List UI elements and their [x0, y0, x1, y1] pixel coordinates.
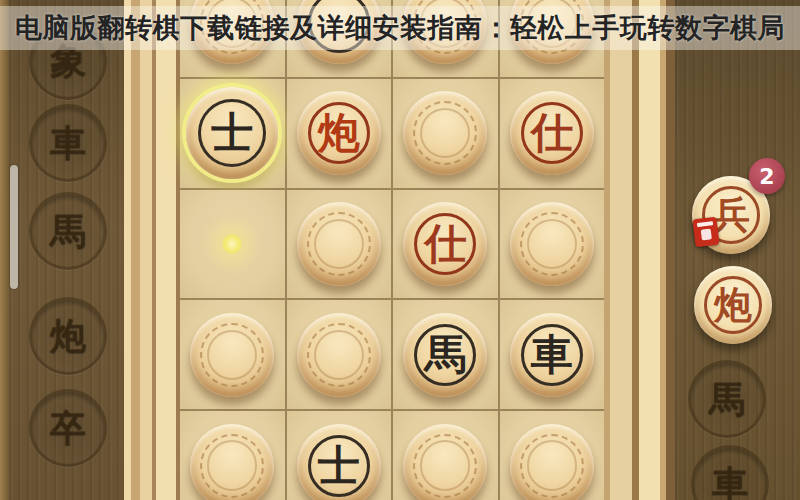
face-down-piece[interactable]: [297, 313, 381, 397]
banqi-board: 士炮仕仕馬車士: [180, 0, 604, 500]
black-piece[interactable]: 士: [297, 424, 381, 500]
face-down-piece[interactable]: [403, 424, 487, 500]
empty-capture-slot-5: 卒: [29, 389, 107, 467]
captured-piece-character: 炮: [714, 286, 752, 324]
captured-tray-red: 兵2炮馬車: [675, 0, 800, 500]
red-piece[interactable]: 仕: [403, 202, 487, 286]
face-down-piece[interactable]: [510, 424, 594, 500]
face-down-piece[interactable]: [403, 91, 487, 175]
selected-black-piece[interactable]: 士: [186, 87, 278, 179]
black-piece[interactable]: 車: [510, 313, 594, 397]
board-cell-r4c2[interactable]: [287, 300, 392, 409]
piece-character: 炮: [318, 112, 360, 154]
black-piece[interactable]: 馬: [403, 313, 487, 397]
board-cell-r4c3[interactable]: 馬: [393, 300, 498, 409]
board-cell-r3c1[interactable]: [180, 190, 285, 299]
face-down-piece[interactable]: [510, 202, 594, 286]
board-cell-r2c4[interactable]: 仕: [500, 79, 605, 188]
board-cell-r5c4[interactable]: [500, 411, 605, 500]
empty-capture-slot-red-1: 馬: [688, 360, 766, 438]
page-title: 电脑版翻转棋下载链接及详细安装指南：轻松上手玩转数字棋局: [15, 10, 785, 46]
capture-stamp-icon: [692, 217, 719, 248]
piece-character: 仕: [531, 112, 573, 154]
board-cell-r2c1[interactable]: 士: [180, 79, 285, 188]
empty-capture-slot-4: 炮: [29, 297, 107, 375]
board-cell-r2c3[interactable]: [393, 79, 498, 188]
board-cell-r4c4[interactable]: 車: [500, 300, 605, 409]
board-cell-r5c1[interactable]: [180, 411, 285, 500]
board-cell-r3c4[interactable]: [500, 190, 605, 299]
banqi-game-screen: 象車馬炮卒 士炮仕仕馬車士 兵2炮馬車 电脑版翻转棋下载链接及详细安装指南：轻松…: [0, 0, 800, 500]
board-cell-r5c2[interactable]: 士: [287, 411, 392, 500]
face-down-piece[interactable]: [190, 313, 274, 397]
piece-character: 士: [318, 445, 360, 487]
title-overlay-band: 电脑版翻转棋下载链接及详细安装指南：轻松上手玩转数字棋局: [0, 6, 800, 50]
piece-character: 馬: [424, 334, 466, 376]
piece-character: 車: [531, 334, 573, 376]
capture-count-badge: 2: [749, 158, 785, 194]
face-down-piece[interactable]: [190, 424, 274, 500]
captured-tray-black: 象車馬炮卒: [0, 0, 124, 500]
board-frame-right: [604, 0, 675, 500]
red-piece[interactable]: 仕: [510, 91, 594, 175]
scrollbar-thumb[interactable]: [10, 165, 18, 289]
board-cell-r4c1[interactable]: [180, 300, 285, 409]
red-piece[interactable]: 炮: [297, 91, 381, 175]
board-cell-r3c2[interactable]: [287, 190, 392, 299]
board-cell-r2c2[interactable]: 炮: [287, 79, 392, 188]
board-cell-r5c3[interactable]: [393, 411, 498, 500]
move-target-indicator[interactable]: [222, 234, 242, 254]
board-frame-left: [124, 0, 180, 500]
empty-capture-slot-red-2: 車: [691, 445, 769, 500]
empty-capture-slot-3: 馬: [29, 192, 107, 270]
board-cell-r3c3[interactable]: 仕: [393, 190, 498, 299]
captured-red-piece-2: 炮: [694, 266, 772, 344]
face-down-piece[interactable]: [297, 202, 381, 286]
piece-character: 士: [211, 112, 253, 154]
left-edge-shading: [0, 0, 10, 500]
empty-capture-slot-2: 車: [29, 104, 107, 182]
piece-character: 仕: [424, 223, 466, 265]
